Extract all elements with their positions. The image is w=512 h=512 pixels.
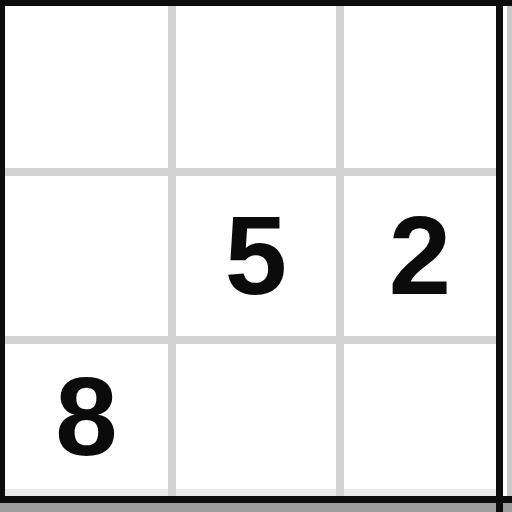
cell-r2c1[interactable]	[5, 176, 168, 336]
adjacent-row-band-bottom	[0, 503, 512, 512]
cell-r2c3[interactable]: 2	[344, 176, 496, 336]
cell-r1c2[interactable]	[176, 6, 336, 168]
box-border-bottom	[0, 496, 512, 503]
cell-r1c3[interactable]	[344, 6, 496, 168]
cell-r3c2[interactable]	[176, 344, 336, 489]
cell-r2c2[interactable]: 5	[176, 176, 336, 336]
grid-line-horizontal-2	[5, 336, 496, 344]
grid-line-vertical-1	[168, 5, 176, 496]
cell-value: 2	[389, 200, 451, 312]
cell-value: 8	[55, 361, 117, 473]
cell-r3c1[interactable]: 8	[5, 344, 168, 489]
adjacent-grid-line-right	[507, 5, 512, 512]
cell-value: 5	[225, 200, 287, 312]
grid-line-horizontal-1	[5, 168, 496, 176]
grid-line-vertical-2	[336, 5, 344, 496]
cell-r1c1[interactable]	[5, 6, 168, 168]
adjacent-grid-line-bottom	[5, 489, 496, 496]
box-border-right	[496, 0, 503, 512]
sudoku-board: 5 2 8	[0, 0, 512, 512]
cell-r3c3[interactable]	[344, 344, 496, 489]
